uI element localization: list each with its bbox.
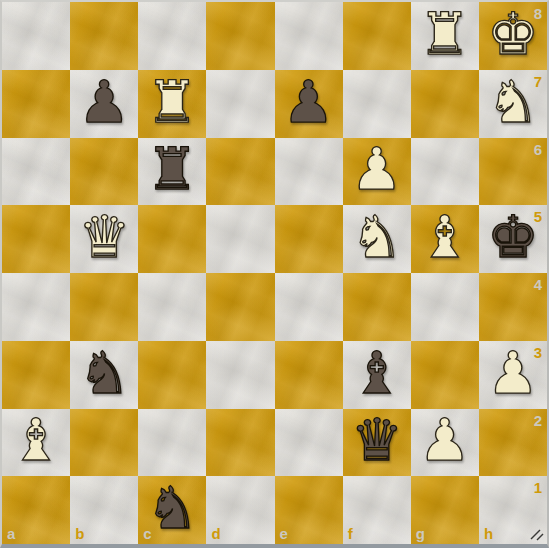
square-a3[interactable] <box>2 341 70 409</box>
piece-white-knight[interactable]: ♞ <box>487 73 539 131</box>
piece-white-rook[interactable]: ♜ <box>146 73 198 131</box>
square-b8[interactable] <box>70 2 138 70</box>
square-e1[interactable]: e <box>275 476 343 544</box>
square-g7[interactable] <box>411 70 479 138</box>
square-e4[interactable] <box>275 273 343 341</box>
piece-white-queen[interactable]: ♛ <box>78 208 130 266</box>
square-d5[interactable] <box>206 205 274 273</box>
square-h5[interactable]: ♚5 <box>479 205 547 273</box>
square-b4[interactable] <box>70 273 138 341</box>
square-a4[interactable] <box>2 273 70 341</box>
square-b1[interactable]: b <box>70 476 138 544</box>
square-a1[interactable]: a <box>2 476 70 544</box>
square-c5[interactable] <box>138 205 206 273</box>
square-b6[interactable] <box>70 138 138 206</box>
board-grid: ♜♚8♟♜♟♞7♜♟6♛♞♝♚54♞♝♟3♝♛♟2ab♞cdefgh1 <box>2 2 547 544</box>
square-b7[interactable]: ♟ <box>70 70 138 138</box>
piece-white-knight[interactable]: ♞ <box>351 208 403 266</box>
square-g4[interactable] <box>411 273 479 341</box>
rank-label-2: 2 <box>534 413 542 428</box>
piece-black-pawn[interactable]: ♟ <box>283 73 335 131</box>
square-g2[interactable]: ♟ <box>411 409 479 477</box>
square-c6[interactable]: ♜ <box>138 138 206 206</box>
rank-label-3: 3 <box>534 345 542 360</box>
square-f5[interactable]: ♞ <box>343 205 411 273</box>
square-h3[interactable]: ♟3 <box>479 341 547 409</box>
square-a6[interactable] <box>2 138 70 206</box>
square-a2[interactable]: ♝ <box>2 409 70 477</box>
piece-black-bishop[interactable]: ♝ <box>351 344 403 402</box>
square-c2[interactable] <box>138 409 206 477</box>
rank-label-4: 4 <box>534 277 542 292</box>
piece-black-knight[interactable]: ♞ <box>146 479 198 537</box>
square-b5[interactable]: ♛ <box>70 205 138 273</box>
piece-black-pawn[interactable]: ♟ <box>78 73 130 131</box>
square-a8[interactable] <box>2 2 70 70</box>
file-label-a: a <box>7 526 15 541</box>
square-d8[interactable] <box>206 2 274 70</box>
file-label-g: g <box>416 526 425 541</box>
square-e3[interactable] <box>275 341 343 409</box>
resize-grip-icon[interactable] <box>529 528 545 542</box>
piece-black-queen[interactable]: ♛ <box>351 411 403 469</box>
square-b2[interactable] <box>70 409 138 477</box>
square-e8[interactable] <box>275 2 343 70</box>
rank-label-1: 1 <box>534 480 542 495</box>
square-d3[interactable] <box>206 341 274 409</box>
file-label-b: b <box>75 526 84 541</box>
square-f8[interactable] <box>343 2 411 70</box>
rank-label-7: 7 <box>534 74 542 89</box>
square-a5[interactable] <box>2 205 70 273</box>
square-d1[interactable]: d <box>206 476 274 544</box>
piece-white-bishop[interactable]: ♝ <box>10 411 62 469</box>
piece-white-pawn[interactable]: ♟ <box>487 344 539 402</box>
square-e2[interactable] <box>275 409 343 477</box>
rank-label-8: 8 <box>534 6 542 21</box>
square-c3[interactable] <box>138 341 206 409</box>
square-h2[interactable]: 2 <box>479 409 547 477</box>
square-b3[interactable]: ♞ <box>70 341 138 409</box>
rank-label-6: 6 <box>534 142 542 157</box>
piece-white-bishop[interactable]: ♝ <box>419 208 471 266</box>
file-label-e: e <box>280 526 288 541</box>
square-f6[interactable]: ♟ <box>343 138 411 206</box>
file-label-c: c <box>143 526 151 541</box>
square-a7[interactable] <box>2 70 70 138</box>
square-h6[interactable]: 6 <box>479 138 547 206</box>
piece-white-king[interactable]: ♚ <box>487 5 539 63</box>
square-d6[interactable] <box>206 138 274 206</box>
square-g1[interactable]: g <box>411 476 479 544</box>
square-d4[interactable] <box>206 273 274 341</box>
square-g3[interactable] <box>411 341 479 409</box>
square-g6[interactable] <box>411 138 479 206</box>
square-h7[interactable]: ♞7 <box>479 70 547 138</box>
piece-white-pawn[interactable]: ♟ <box>351 140 403 198</box>
square-h4[interactable]: 4 <box>479 273 547 341</box>
file-label-h: h <box>484 526 493 541</box>
square-e5[interactable] <box>275 205 343 273</box>
square-g5[interactable]: ♝ <box>411 205 479 273</box>
square-f1[interactable]: f <box>343 476 411 544</box>
piece-black-rook[interactable]: ♜ <box>146 140 198 198</box>
file-label-d: d <box>211 526 220 541</box>
square-c8[interactable] <box>138 2 206 70</box>
piece-black-knight[interactable]: ♞ <box>78 344 130 402</box>
square-f4[interactable] <box>343 273 411 341</box>
square-g8[interactable]: ♜ <box>411 2 479 70</box>
square-e6[interactable] <box>275 138 343 206</box>
square-c7[interactable]: ♜ <box>138 70 206 138</box>
square-d2[interactable] <box>206 409 274 477</box>
square-e7[interactable]: ♟ <box>275 70 343 138</box>
square-h8[interactable]: ♚8 <box>479 2 547 70</box>
square-f7[interactable] <box>343 70 411 138</box>
rank-label-5: 5 <box>534 209 542 224</box>
square-c1[interactable]: ♞c <box>138 476 206 544</box>
chess-board: ♜♚8♟♜♟♞7♜♟6♛♞♝♚54♞♝♟3♝♛♟2ab♞cdefgh1 <box>0 0 549 548</box>
piece-black-king[interactable]: ♚ <box>487 208 539 266</box>
square-f3[interactable]: ♝ <box>343 341 411 409</box>
piece-white-rook[interactable]: ♜ <box>419 5 471 63</box>
piece-white-pawn[interactable]: ♟ <box>419 411 471 469</box>
square-f2[interactable]: ♛ <box>343 409 411 477</box>
file-label-f: f <box>348 526 353 541</box>
square-d7[interactable] <box>206 70 274 138</box>
square-c4[interactable] <box>138 273 206 341</box>
